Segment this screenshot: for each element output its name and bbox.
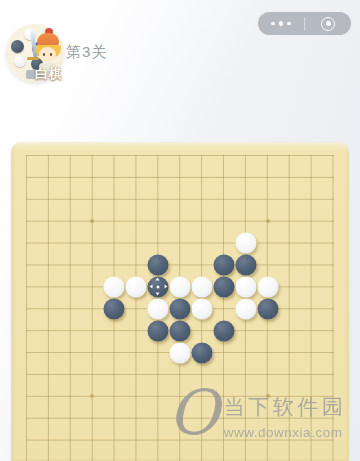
- white-stone: [126, 276, 147, 297]
- star-point: [266, 219, 270, 223]
- level-label: 第3关: [66, 43, 107, 62]
- white-stone: [191, 298, 212, 319]
- black-stone: [170, 320, 191, 341]
- white-stone: [170, 342, 191, 363]
- black-stone: [191, 342, 212, 363]
- black-stone: [213, 276, 234, 297]
- avatar-character-eye: [43, 53, 45, 56]
- white-stone: [235, 276, 256, 297]
- player-side-label: 白棋: [35, 65, 63, 83]
- star-point: [90, 394, 94, 398]
- player-avatar: 白棋: [6, 24, 64, 82]
- star-point: [90, 219, 94, 223]
- black-stone: [213, 254, 234, 275]
- black-stone: [170, 298, 191, 319]
- black-stone: [104, 298, 125, 319]
- white-stone: [235, 233, 256, 254]
- gomoku-board[interactable]: [11, 142, 349, 461]
- more-button[interactable]: [258, 12, 304, 35]
- wechat-capsule: [258, 12, 351, 35]
- avatar-character-face: [39, 47, 56, 62]
- black-stone: [235, 254, 256, 275]
- avatar-mini-white-stone: [14, 55, 26, 67]
- white-stone: [235, 298, 256, 319]
- black-stone: [148, 254, 169, 275]
- white-stone: [191, 276, 212, 297]
- avatar-character-sword-guard: [27, 57, 39, 60]
- white-stone: [257, 276, 278, 297]
- avatar-mini-black-stone: [11, 40, 24, 53]
- black-stone: [148, 276, 169, 297]
- exit-button[interactable]: [305, 12, 351, 35]
- black-stone: [213, 320, 234, 341]
- page: 白棋 第3关 O 当下软件园 www.downxia.com: [0, 0, 360, 461]
- black-stone: [148, 320, 169, 341]
- white-stone: [104, 276, 125, 297]
- star-point: [266, 394, 270, 398]
- ellipsis-menu-icon: [271, 22, 275, 26]
- avatar-character-eye: [50, 53, 52, 56]
- white-stone: [148, 298, 169, 319]
- last-move-cursor: [148, 276, 169, 297]
- white-stone: [170, 276, 191, 297]
- target-circle-icon: [321, 17, 335, 31]
- black-stone: [257, 298, 278, 319]
